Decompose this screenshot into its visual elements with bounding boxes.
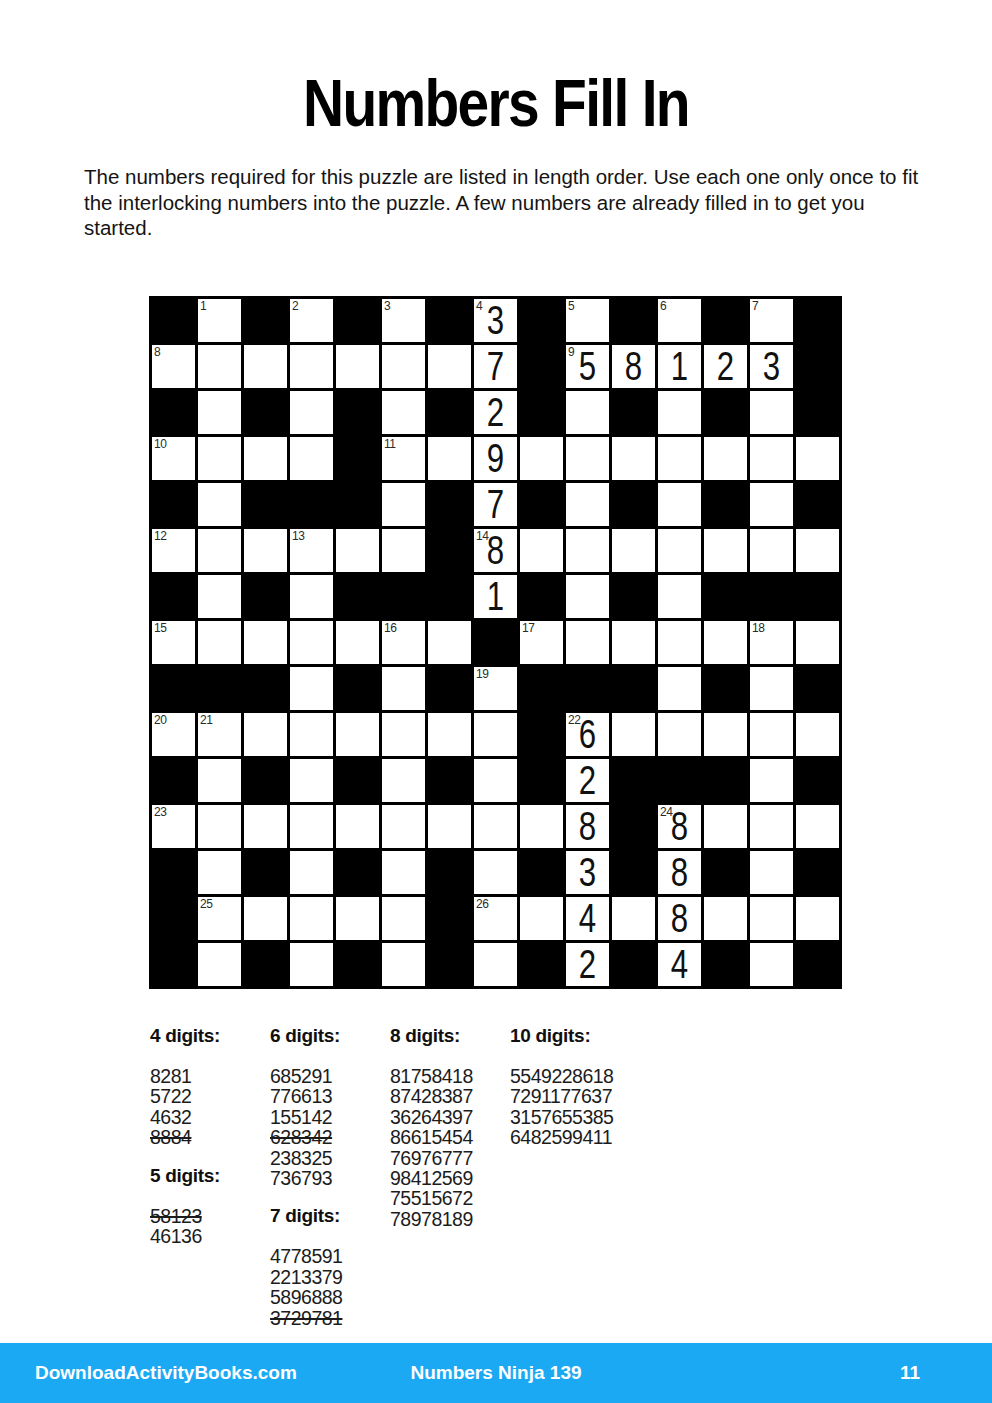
prefilled-digit: 4 bbox=[663, 943, 697, 986]
clue-number-25: 25 bbox=[200, 898, 212, 911]
grid-cell-r9c15 bbox=[796, 667, 839, 710]
grid-cell-r14c7 bbox=[428, 897, 471, 940]
grid-cell-r8c15[interactable] bbox=[796, 621, 839, 664]
bank-number-86615454: 86615454 bbox=[390, 1127, 508, 1147]
grid-cell-r10c7[interactable] bbox=[428, 713, 471, 756]
bank-number-36264397: 36264397 bbox=[390, 1107, 508, 1127]
bank-number-7291177637: 7291177637 bbox=[510, 1086, 628, 1106]
clue-number-1: 1 bbox=[200, 300, 206, 313]
grid-cell-r11c1 bbox=[152, 759, 195, 802]
clue-number-10: 10 bbox=[154, 438, 166, 451]
prefilled-digit: 8 bbox=[663, 897, 697, 940]
grid-cell-r7c3 bbox=[244, 575, 287, 618]
grid-cell-r2c8[interactable]: 7 bbox=[474, 345, 517, 388]
grid-cell-r2c7[interactable] bbox=[428, 345, 471, 388]
grid-cell-r15c5 bbox=[336, 943, 379, 986]
grid-cell-r6c4[interactable]: 13 bbox=[290, 529, 333, 572]
grid-cell-r15c15 bbox=[796, 943, 839, 986]
grid-cell-r12c1[interactable]: 23 bbox=[152, 805, 195, 848]
bank-number-6482599411: 6482599411 bbox=[510, 1127, 628, 1147]
grid-cell-r14c11[interactable] bbox=[612, 897, 655, 940]
grid-cell-r3c4[interactable] bbox=[290, 391, 333, 434]
grid-cell-r3c6[interactable] bbox=[382, 391, 425, 434]
grid-cell-r15c10[interactable]: 2 bbox=[566, 943, 609, 986]
clue-number-12: 12 bbox=[154, 530, 166, 543]
grid-cell-r1c3 bbox=[244, 299, 287, 342]
grid-cell-r5c12[interactable] bbox=[658, 483, 701, 526]
clue-number-9: 9 bbox=[568, 346, 574, 359]
bank-number-78978189: 78978189 bbox=[390, 1209, 508, 1229]
grid-cell-r5c8[interactable]: 7 bbox=[474, 483, 517, 526]
grid-cell-r15c12[interactable]: 4 bbox=[658, 943, 701, 986]
grid-cell-r6c15[interactable] bbox=[796, 529, 839, 572]
prefilled-digit: 3 bbox=[479, 299, 513, 342]
grid-cell-r1c11 bbox=[612, 299, 655, 342]
page-title-text: Numbers Fill In bbox=[303, 64, 689, 142]
prefilled-digit: 8 bbox=[663, 851, 697, 894]
grid-cell-r4c12[interactable] bbox=[658, 437, 701, 480]
grid-cell-r4c5 bbox=[336, 437, 379, 480]
grid-cell-r10c2[interactable]: 21 bbox=[198, 713, 241, 756]
grid-cell-r12c3[interactable] bbox=[244, 805, 287, 848]
grid-cell-r1c7 bbox=[428, 299, 471, 342]
grid-cell-r15c6[interactable] bbox=[382, 943, 425, 986]
grid-cell-r8c6[interactable]: 16 bbox=[382, 621, 425, 664]
grid-cell-r14c13[interactable] bbox=[704, 897, 747, 940]
grid-cell-r8c2[interactable] bbox=[198, 621, 241, 664]
grid-cell-r13c12[interactable]: 8 bbox=[658, 851, 701, 894]
grid-cell-r8c4[interactable] bbox=[290, 621, 333, 664]
grid-cell-r15c14[interactable] bbox=[750, 943, 793, 986]
grid-cell-r9c5 bbox=[336, 667, 379, 710]
grid-cell-r1c2[interactable]: 1 bbox=[198, 299, 241, 342]
grid-cell-r11c15 bbox=[796, 759, 839, 802]
grid-cell-r7c13 bbox=[704, 575, 747, 618]
grid-cell-r12c11 bbox=[612, 805, 655, 848]
grid-cell-r9c13 bbox=[704, 667, 747, 710]
grid-cell-r9c11 bbox=[612, 667, 655, 710]
grid-cell-r15c8[interactable] bbox=[474, 943, 517, 986]
grid-cell-r8c9[interactable]: 17 bbox=[520, 621, 563, 664]
grid-cell-r12c14[interactable] bbox=[750, 805, 793, 848]
grid-cell-r12c4[interactable] bbox=[290, 805, 333, 848]
grid-cell-r3c3 bbox=[244, 391, 287, 434]
grid-cell-r3c13 bbox=[704, 391, 747, 434]
grid-cell-r6c13[interactable] bbox=[704, 529, 747, 572]
grid-cell-r14c10[interactable]: 4 bbox=[566, 897, 609, 940]
grid-cell-r12c15[interactable] bbox=[796, 805, 839, 848]
grid-cell-r2c10[interactable]: 95 bbox=[566, 345, 609, 388]
grid-cell-r15c9 bbox=[520, 943, 563, 986]
grid-cell-r3c9 bbox=[520, 391, 563, 434]
grid-cell-r2c11[interactable]: 8 bbox=[612, 345, 655, 388]
grid-cell-r11c5 bbox=[336, 759, 379, 802]
grid-cell-r9c7 bbox=[428, 667, 471, 710]
grid-cell-r7c8[interactable]: 1 bbox=[474, 575, 517, 618]
grid-cell-r9c1 bbox=[152, 667, 195, 710]
grid-cell-r2c3[interactable] bbox=[244, 345, 287, 388]
grid-cell-r3c12[interactable] bbox=[658, 391, 701, 434]
grid-cell-r3c14[interactable] bbox=[750, 391, 793, 434]
grid-cell-r9c4[interactable] bbox=[290, 667, 333, 710]
bank-heading-8-digits: 8 digits: bbox=[390, 1024, 508, 1048]
bank-number-238325: 238325 bbox=[270, 1148, 388, 1168]
grid-cell-r10c8[interactable] bbox=[474, 713, 517, 756]
number-bank: 4 digits:82815722463288845 digits:581234… bbox=[150, 1024, 850, 1334]
grid-cell-r7c12[interactable] bbox=[658, 575, 701, 618]
clue-number-5: 5 bbox=[568, 300, 574, 313]
grid-cell-r2c12[interactable]: 1 bbox=[658, 345, 701, 388]
grid-cell-r10c9 bbox=[520, 713, 563, 756]
grid-cell-r6c9[interactable] bbox=[520, 529, 563, 572]
grid-cell-r4c9[interactable] bbox=[520, 437, 563, 480]
grid-cell-r3c5 bbox=[336, 391, 379, 434]
grid-cell-r1c15 bbox=[796, 299, 839, 342]
grid-cell-r10c12[interactable] bbox=[658, 713, 701, 756]
grid-cell-r14c15[interactable] bbox=[796, 897, 839, 940]
grid-cell-r1c1 bbox=[152, 299, 195, 342]
grid-cell-r8c11[interactable] bbox=[612, 621, 655, 664]
grid-cell-r7c4[interactable] bbox=[290, 575, 333, 618]
grid-cell-r14c1 bbox=[152, 897, 195, 940]
clue-number-23: 23 bbox=[154, 806, 166, 819]
bank-number-5549228618: 5549228618 bbox=[510, 1066, 628, 1086]
grid-cell-r11c3 bbox=[244, 759, 287, 802]
clue-number-26: 26 bbox=[476, 898, 488, 911]
bank-heading-5-digits: 5 digits: bbox=[150, 1164, 268, 1188]
grid-cell-r5c1 bbox=[152, 483, 195, 526]
grid-cell-r4c10[interactable] bbox=[566, 437, 609, 480]
clue-number-15: 15 bbox=[154, 622, 166, 635]
grid-cell-r5c7 bbox=[428, 483, 471, 526]
grid-cell-r10c1[interactable]: 20 bbox=[152, 713, 195, 756]
grid-cell-r13c4[interactable] bbox=[290, 851, 333, 894]
grid-cell-r15c2[interactable] bbox=[198, 943, 241, 986]
grid-cell-r12c13[interactable] bbox=[704, 805, 747, 848]
grid-cell-r4c3[interactable] bbox=[244, 437, 287, 480]
prefilled-digit: 3 bbox=[571, 851, 605, 894]
grid-cell-r1c4[interactable]: 2 bbox=[290, 299, 333, 342]
page-title: Numbers Fill In bbox=[0, 64, 992, 142]
grid-cell-r12c8[interactable] bbox=[474, 805, 517, 848]
grid-cell-r13c6[interactable] bbox=[382, 851, 425, 894]
grid-cell-r5c5 bbox=[336, 483, 379, 526]
grid-cell-r12c9[interactable] bbox=[520, 805, 563, 848]
grid-cell-r13c5 bbox=[336, 851, 379, 894]
prefilled-digit: 4 bbox=[571, 897, 605, 940]
bank-group-gap bbox=[150, 1148, 268, 1164]
grid-cell-r3c7 bbox=[428, 391, 471, 434]
grid-cell-r1c8[interactable]: 43 bbox=[474, 299, 517, 342]
grid-cell-r9c12[interactable] bbox=[658, 667, 701, 710]
bank-number-4778591: 4778591 bbox=[270, 1246, 388, 1266]
prefilled-digit: 2 bbox=[709, 345, 743, 388]
grid-cell-r13c9 bbox=[520, 851, 563, 894]
clue-number-18: 18 bbox=[752, 622, 764, 635]
grid-cell-r1c10[interactable]: 5 bbox=[566, 299, 609, 342]
grid-cell-r14c12[interactable]: 8 bbox=[658, 897, 701, 940]
grid-cell-r8c8 bbox=[474, 621, 517, 664]
grid-cell-r5c9 bbox=[520, 483, 563, 526]
grid-cell-r10c13[interactable] bbox=[704, 713, 747, 756]
grid-cell-r1c5 bbox=[336, 299, 379, 342]
grid-cell-r13c1 bbox=[152, 851, 195, 894]
grid-cell-r4c13[interactable] bbox=[704, 437, 747, 480]
grid-cell-r8c10[interactable] bbox=[566, 621, 609, 664]
grid-cell-r5c3 bbox=[244, 483, 287, 526]
grid-cell-r13c15 bbox=[796, 851, 839, 894]
clue-number-7: 7 bbox=[752, 300, 758, 313]
grid-cell-r10c4[interactable] bbox=[290, 713, 333, 756]
prefilled-digit: 3 bbox=[755, 345, 789, 388]
bank-number-87428387: 87428387 bbox=[390, 1086, 508, 1106]
grid-cell-r13c13 bbox=[704, 851, 747, 894]
prefilled-digit: 7 bbox=[479, 345, 513, 388]
grid-cell-r15c11 bbox=[612, 943, 655, 986]
grid-cell-r8c12[interactable] bbox=[658, 621, 701, 664]
grid-cell-r12c10[interactable]: 8 bbox=[566, 805, 609, 848]
grid-cell-r12c2[interactable] bbox=[198, 805, 241, 848]
grid-cell-r13c2[interactable] bbox=[198, 851, 241, 894]
prefilled-digit: 1 bbox=[479, 575, 513, 618]
grid-cell-r3c11 bbox=[612, 391, 655, 434]
grid-cell-r6c12[interactable] bbox=[658, 529, 701, 572]
clue-number-14: 14 bbox=[476, 530, 488, 543]
bank-number-5896888: 5896888 bbox=[270, 1287, 388, 1307]
clue-number-17: 17 bbox=[522, 622, 534, 635]
grid-cell-r1c14[interactable]: 7 bbox=[750, 299, 793, 342]
grid-cell-r13c10[interactable]: 3 bbox=[566, 851, 609, 894]
grid-cell-r11c9 bbox=[520, 759, 563, 802]
clue-number-20: 20 bbox=[154, 714, 166, 727]
grid-cell-r6c14[interactable] bbox=[750, 529, 793, 572]
grid-cell-r3c15 bbox=[796, 391, 839, 434]
grid-cell-r7c11 bbox=[612, 575, 655, 618]
grid-cell-r2c15 bbox=[796, 345, 839, 388]
grid-cell-r10c14[interactable] bbox=[750, 713, 793, 756]
grid-cell-r5c2[interactable] bbox=[198, 483, 241, 526]
grid-cell-r6c3[interactable] bbox=[244, 529, 287, 572]
grid-cell-r9c8[interactable]: 19 bbox=[474, 667, 517, 710]
grid-cell-r2c13[interactable]: 2 bbox=[704, 345, 747, 388]
grid-cell-r3c2[interactable] bbox=[198, 391, 241, 434]
grid-cell-r11c2[interactable] bbox=[198, 759, 241, 802]
grid-cell-r14c14[interactable] bbox=[750, 897, 793, 940]
grid-cell-r5c11 bbox=[612, 483, 655, 526]
grid-cell-r8c3[interactable] bbox=[244, 621, 287, 664]
grid-cell-r1c12[interactable]: 6 bbox=[658, 299, 701, 342]
grid-cell-r2c5[interactable] bbox=[336, 345, 379, 388]
prefilled-digit: 2 bbox=[479, 391, 513, 434]
grid-cell-r11c7 bbox=[428, 759, 471, 802]
bank-heading-7-digits: 7 digits: bbox=[270, 1204, 388, 1228]
prefilled-digit: 9 bbox=[479, 437, 513, 480]
bank-number-4632: 4632 bbox=[150, 1107, 268, 1127]
instructions: The numbers required for this puzzle are… bbox=[84, 164, 920, 241]
grid-cell-r14c3[interactable] bbox=[244, 897, 287, 940]
grid-cell-r8c1[interactable]: 15 bbox=[152, 621, 195, 664]
grid-cell-r5c6[interactable] bbox=[382, 483, 425, 526]
grid-cell-r12c7[interactable] bbox=[428, 805, 471, 848]
grid-cell-r6c8[interactable]: 148 bbox=[474, 529, 517, 572]
grid-cell-r5c15 bbox=[796, 483, 839, 526]
footer-bar: DownloadActivityBooks.com Numbers Ninja … bbox=[0, 1343, 992, 1403]
prefilled-digit: 2 bbox=[571, 943, 605, 986]
grid-cell-r4c7[interactable] bbox=[428, 437, 471, 480]
grid-cell-r13c7 bbox=[428, 851, 471, 894]
clue-number-22: 22 bbox=[568, 714, 580, 727]
bank-number-98412569: 98412569 bbox=[390, 1168, 508, 1188]
grid-cell-r13c8[interactable] bbox=[474, 851, 517, 894]
prefilled-digit: 7 bbox=[479, 483, 513, 526]
grid-cell-r8c13[interactable] bbox=[704, 621, 747, 664]
grid-cell-r8c14[interactable]: 18 bbox=[750, 621, 793, 664]
grid-cell-r13c11 bbox=[612, 851, 655, 894]
grid-cell-r10c5[interactable] bbox=[336, 713, 379, 756]
grid-cell-r12c6[interactable] bbox=[382, 805, 425, 848]
clue-number-19: 19 bbox=[476, 668, 488, 681]
grid-cell-r11c8[interactable] bbox=[474, 759, 517, 802]
bank-number-5722: 5722 bbox=[150, 1086, 268, 1106]
prefilled-digit: 5 bbox=[571, 345, 605, 388]
grid-cell-r6c6[interactable] bbox=[382, 529, 425, 572]
bank-number-46136: 46136 bbox=[150, 1226, 268, 1246]
grid-cell-r4c15[interactable] bbox=[796, 437, 839, 480]
clue-number-13: 13 bbox=[292, 530, 304, 543]
puzzle-grid: 1234356787958123210119712131481151617181… bbox=[149, 296, 842, 989]
grid-cell-r2c1[interactable]: 8 bbox=[152, 345, 195, 388]
clue-number-2: 2 bbox=[292, 300, 298, 313]
prefilled-digit: 8 bbox=[571, 805, 605, 848]
bank-number-8884: 8884 bbox=[150, 1127, 268, 1147]
grid-cell-r6c10[interactable] bbox=[566, 529, 609, 572]
grid-cell-r3c10[interactable] bbox=[566, 391, 609, 434]
grid-cell-r10c3[interactable] bbox=[244, 713, 287, 756]
grid-cell-r14c9[interactable] bbox=[520, 897, 563, 940]
grid-cell-r10c15[interactable] bbox=[796, 713, 839, 756]
grid-cell-r5c10[interactable] bbox=[566, 483, 609, 526]
grid-cell-r11c4[interactable] bbox=[290, 759, 333, 802]
grid-cell-r4c2[interactable] bbox=[198, 437, 241, 480]
footer-puzzle-name: Numbers Ninja 139 bbox=[0, 1362, 992, 1384]
bank-number-81758418: 81758418 bbox=[390, 1066, 508, 1086]
bank-heading-10-digits: 10 digits: bbox=[510, 1024, 628, 1048]
bank-number-155142: 155142 bbox=[270, 1107, 388, 1127]
grid-cell-r4c1[interactable]: 10 bbox=[152, 437, 195, 480]
grid-cell-r9c9 bbox=[520, 667, 563, 710]
grid-cell-r2c14[interactable]: 3 bbox=[750, 345, 793, 388]
grid-cell-r7c15 bbox=[796, 575, 839, 618]
clue-number-21: 21 bbox=[200, 714, 212, 727]
grid-cell-r9c14[interactable] bbox=[750, 667, 793, 710]
grid-cell-r6c7 bbox=[428, 529, 471, 572]
grid-cell-r7c5 bbox=[336, 575, 379, 618]
grid-cell-r3c8[interactable]: 2 bbox=[474, 391, 517, 434]
grid-cell-r7c7 bbox=[428, 575, 471, 618]
grid-cell-r2c2[interactable] bbox=[198, 345, 241, 388]
grid-cell-r12c12[interactable]: 248 bbox=[658, 805, 701, 848]
grid-cell-r10c6[interactable] bbox=[382, 713, 425, 756]
bank-number-736793: 736793 bbox=[270, 1168, 388, 1188]
grid-cell-r14c4[interactable] bbox=[290, 897, 333, 940]
grid-cell-r10c11[interactable] bbox=[612, 713, 655, 756]
grid-cell-r11c13 bbox=[704, 759, 747, 802]
grid-cell-r15c13 bbox=[704, 943, 747, 986]
grid-cell-r2c4[interactable] bbox=[290, 345, 333, 388]
grid-cell-r4c8[interactable]: 9 bbox=[474, 437, 517, 480]
grid-cell-r14c6[interactable] bbox=[382, 897, 425, 940]
clue-number-16: 16 bbox=[384, 622, 396, 635]
page: Numbers Fill In The numbers required for… bbox=[0, 0, 992, 1403]
grid-cell-r7c10[interactable] bbox=[566, 575, 609, 618]
prefilled-digit: 2 bbox=[571, 759, 605, 802]
grid-cell-r14c5[interactable] bbox=[336, 897, 379, 940]
grid-cell-r4c4[interactable] bbox=[290, 437, 333, 480]
clue-number-8: 8 bbox=[154, 346, 160, 359]
grid-cell-r1c9 bbox=[520, 299, 563, 342]
grid-cell-r11c14[interactable] bbox=[750, 759, 793, 802]
bank-number-3157655385: 3157655385 bbox=[510, 1107, 628, 1127]
grid-cell-r4c11[interactable] bbox=[612, 437, 655, 480]
bank-number-776613: 776613 bbox=[270, 1086, 388, 1106]
grid-cell-r15c4[interactable] bbox=[290, 943, 333, 986]
grid-cell-r4c14[interactable] bbox=[750, 437, 793, 480]
grid-cell-r15c1 bbox=[152, 943, 195, 986]
grid-cell-r6c5[interactable] bbox=[336, 529, 379, 572]
footer-page-number: 11 bbox=[900, 1362, 920, 1384]
grid-cell-r15c3 bbox=[244, 943, 287, 986]
grid-cell-r9c6[interactable] bbox=[382, 667, 425, 710]
bank-number-58123: 58123 bbox=[150, 1206, 268, 1226]
grid-cell-r14c8[interactable]: 26 bbox=[474, 897, 517, 940]
bank-column-1: 4 digits:82815722463288845 digits:581234… bbox=[150, 1024, 268, 1246]
grid-cell-r12c5[interactable] bbox=[336, 805, 379, 848]
grid-cell-r7c2[interactable] bbox=[198, 575, 241, 618]
grid-cell-r15c7 bbox=[428, 943, 471, 986]
grid-cell-r6c11[interactable] bbox=[612, 529, 655, 572]
grid-cell-r2c9 bbox=[520, 345, 563, 388]
grid-cell-r8c7[interactable] bbox=[428, 621, 471, 664]
grid-cell-r9c3 bbox=[244, 667, 287, 710]
grid-cell-r7c1 bbox=[152, 575, 195, 618]
grid-cell-r5c14[interactable] bbox=[750, 483, 793, 526]
clue-number-24: 24 bbox=[660, 806, 672, 819]
bank-heading-6-digits: 6 digits: bbox=[270, 1024, 388, 1048]
bank-number-628342: 628342 bbox=[270, 1127, 388, 1147]
grid-cell-r11c10[interactable]: 2 bbox=[566, 759, 609, 802]
grid-cell-r8c5[interactable] bbox=[336, 621, 379, 664]
grid-cell-r14c2[interactable]: 25 bbox=[198, 897, 241, 940]
clue-number-3: 3 bbox=[384, 300, 390, 313]
grid-cell-r13c14[interactable] bbox=[750, 851, 793, 894]
grid-cell-r6c1[interactable]: 12 bbox=[152, 529, 195, 572]
clue-number-4: 4 bbox=[476, 300, 482, 313]
grid-cell-r4c6[interactable]: 11 bbox=[382, 437, 425, 480]
bank-column-2: 6 digits:6852917766131551426283422383257… bbox=[270, 1024, 388, 1328]
clue-number-6: 6 bbox=[660, 300, 666, 313]
prefilled-digit: 8 bbox=[617, 345, 651, 388]
grid-cell-r7c14 bbox=[750, 575, 793, 618]
grid-cell-r11c6[interactable] bbox=[382, 759, 425, 802]
clue-number-11: 11 bbox=[384, 438, 395, 451]
grid-cell-r10c10[interactable]: 226 bbox=[566, 713, 609, 756]
grid-cell-r6c2[interactable] bbox=[198, 529, 241, 572]
bank-number-2213379: 2213379 bbox=[270, 1267, 388, 1287]
bank-heading-4-digits: 4 digits: bbox=[150, 1024, 268, 1048]
grid-cell-r2c6[interactable] bbox=[382, 345, 425, 388]
grid-cell-r1c6[interactable]: 3 bbox=[382, 299, 425, 342]
bank-column-3: 8 digits:8175841887428387362643978661545… bbox=[390, 1024, 508, 1229]
